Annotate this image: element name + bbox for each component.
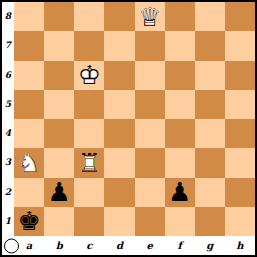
square-b7[interactable]	[44, 31, 74, 60]
square-h5[interactable]	[225, 90, 255, 119]
square-g1[interactable]	[195, 207, 225, 236]
black-pawn[interactable]: ♟	[168, 179, 191, 205]
square-b8[interactable]	[44, 2, 74, 31]
square-e3[interactable]	[135, 148, 165, 177]
rank-label-1: 1	[2, 207, 14, 236]
white-rook[interactable]: ♜♖	[78, 150, 101, 176]
rank-label-7: 7	[2, 31, 14, 60]
square-e5[interactable]	[135, 90, 165, 119]
square-e2[interactable]	[135, 178, 165, 207]
square-e4[interactable]	[135, 119, 165, 148]
square-h4[interactable]	[225, 119, 255, 148]
square-d4[interactable]	[104, 119, 134, 148]
rank-label-5: 5	[2, 90, 14, 119]
white-knight[interactable]: ♞♘	[17, 150, 40, 176]
square-b5[interactable]	[44, 90, 74, 119]
square-f2[interactable]: ♟	[165, 178, 195, 207]
square-d7[interactable]	[104, 31, 134, 60]
white-to-move-indicator	[4, 238, 19, 253]
square-d6[interactable]	[104, 61, 134, 90]
square-h3[interactable]	[225, 148, 255, 177]
square-a7[interactable]	[14, 31, 44, 60]
square-e1[interactable]	[135, 207, 165, 236]
square-a2[interactable]	[14, 178, 44, 207]
square-a8[interactable]	[14, 2, 44, 31]
square-c7[interactable]	[74, 31, 104, 60]
rank-label-8: 8	[2, 2, 14, 31]
file-label-b: b	[44, 241, 74, 251]
square-h6[interactable]	[225, 61, 255, 90]
rank-label-4: 4	[2, 119, 14, 148]
black-pawn[interactable]: ♟	[48, 179, 71, 205]
square-d1[interactable]	[104, 207, 134, 236]
file-label-d: d	[104, 241, 134, 251]
file-label-c: c	[74, 241, 104, 251]
square-d8[interactable]	[104, 2, 134, 31]
file-label-f: f	[165, 241, 195, 251]
square-a3[interactable]: ♞♘	[14, 148, 44, 177]
rank-label-6: 6	[2, 61, 14, 90]
white-king-outline: ♔	[78, 62, 101, 88]
square-c3[interactable]: ♜♖	[74, 148, 104, 177]
white-rook-outline: ♖	[78, 150, 101, 176]
square-e8[interactable]: ♛♕	[135, 2, 165, 31]
black-king[interactable]: ♚	[17, 208, 40, 234]
square-a1[interactable]: ♚	[14, 207, 44, 236]
square-h7[interactable]	[225, 31, 255, 60]
square-c6[interactable]: ♚♔	[74, 61, 104, 90]
square-g7[interactable]	[195, 31, 225, 60]
square-d2[interactable]	[104, 178, 134, 207]
black-pawn-glyph: ♟	[48, 179, 71, 205]
square-f1[interactable]	[165, 207, 195, 236]
square-b3[interactable]	[44, 148, 74, 177]
square-g5[interactable]	[195, 90, 225, 119]
square-f3[interactable]	[165, 148, 195, 177]
chess-board: ♛♕♚♔♞♘♜♖♟♟♚	[14, 2, 255, 236]
square-b2[interactable]: ♟	[44, 178, 74, 207]
square-a5[interactable]	[14, 90, 44, 119]
square-d5[interactable]	[104, 90, 134, 119]
square-h8[interactable]	[225, 2, 255, 31]
square-c2[interactable]	[74, 178, 104, 207]
file-label-g: g	[195, 241, 225, 251]
black-king-glyph: ♚	[17, 208, 40, 234]
white-queen[interactable]: ♛♕	[138, 4, 161, 30]
square-g3[interactable]	[195, 148, 225, 177]
rank-labels: 87654321	[2, 2, 14, 236]
file-label-e: e	[135, 241, 165, 251]
square-b1[interactable]	[44, 207, 74, 236]
black-pawn-glyph: ♟	[168, 179, 191, 205]
rank-label-3: 3	[2, 148, 14, 177]
square-b4[interactable]	[44, 119, 74, 148]
white-knight-outline: ♘	[17, 150, 40, 176]
square-f4[interactable]	[165, 119, 195, 148]
square-f8[interactable]	[165, 2, 195, 31]
file-label-h: h	[225, 241, 255, 251]
square-a6[interactable]	[14, 61, 44, 90]
square-f7[interactable]	[165, 31, 195, 60]
square-a4[interactable]	[14, 119, 44, 148]
square-d3[interactable]	[104, 148, 134, 177]
chess-diagram: 87654321 ♛♕♚♔♞♘♜♖♟♟♚ abcdefgh	[0, 0, 257, 257]
square-h1[interactable]	[225, 207, 255, 236]
square-f6[interactable]	[165, 61, 195, 90]
square-g8[interactable]	[195, 2, 225, 31]
rank-label-2: 2	[2, 178, 14, 207]
square-f5[interactable]	[165, 90, 195, 119]
square-b6[interactable]	[44, 61, 74, 90]
white-king[interactable]: ♚♔	[78, 62, 101, 88]
square-g6[interactable]	[195, 61, 225, 90]
file-labels: abcdefgh	[2, 236, 255, 255]
square-c1[interactable]	[74, 207, 104, 236]
square-g4[interactable]	[195, 119, 225, 148]
square-h2[interactable]	[225, 178, 255, 207]
square-c5[interactable]	[74, 90, 104, 119]
white-queen-outline: ♕	[138, 4, 161, 30]
square-c8[interactable]	[74, 2, 104, 31]
square-e7[interactable]	[135, 31, 165, 60]
square-e6[interactable]	[135, 61, 165, 90]
square-g2[interactable]	[195, 178, 225, 207]
square-c4[interactable]	[74, 119, 104, 148]
